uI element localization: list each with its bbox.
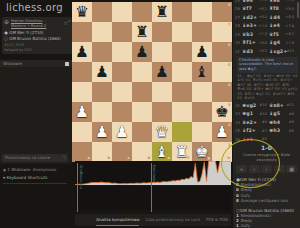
move-number: 36 xyxy=(235,137,242,142)
black-move[interactable]: ♝xg2+ xyxy=(269,49,284,54)
chat-input[interactable]: Porozmawiaj na czacie ✎ xyxy=(2,154,68,162)
chat-placeholder: Porozmawiaj na czacie xyxy=(5,155,50,160)
prev-move-button[interactable]: ‹ xyxy=(249,165,260,173)
rank-label-6: 6 xyxy=(228,44,230,48)
white-eval: +7.6 xyxy=(257,0,269,2)
square-c5[interactable] xyxy=(112,62,132,82)
black-move[interactable]: ♜f8 xyxy=(269,6,284,11)
broadcast-panel: ⊕ Hainan Danzhou Masters • Round 2 ☆4 ● … xyxy=(2,17,72,54)
black-eval: +8.0 xyxy=(284,15,296,19)
game-result: 1-0 xyxy=(233,144,300,151)
rank-label-4: 4 xyxy=(228,84,230,88)
eye-icon: ◉ xyxy=(3,168,6,172)
square-b5[interactable]: ♟ xyxy=(92,62,112,82)
white-eval: +7.9 xyxy=(257,24,269,28)
rank-label-1: 1 xyxy=(228,144,230,148)
square-b6[interactable] xyxy=(92,42,112,62)
tab-analiza-komputerowa[interactable]: Analiza komputerowa xyxy=(96,217,139,227)
chat-header: Widzowie xyxy=(0,60,72,67)
square-a8[interactable]: ♛ xyxy=(72,2,92,22)
move-row-32: 32♚xg2#10♛a8+#11 xyxy=(235,101,300,110)
black-move[interactable]: ♝g4 xyxy=(269,40,284,45)
globe-icon: ⊕ xyxy=(4,19,9,25)
game-date: 30.07.2018 xyxy=(4,43,70,47)
white-move[interactable]: ♛d3 xyxy=(242,49,257,54)
white-eval: #5 xyxy=(257,137,269,141)
black-eval: #6 xyxy=(284,129,296,133)
square-e8[interactable]: ♜ xyxy=(152,2,172,22)
square-b7[interactable] xyxy=(92,22,112,42)
move-number: 32 xyxy=(235,103,242,108)
square-f3[interactable] xyxy=(172,102,192,122)
square-g2[interactable] xyxy=(192,122,212,142)
star-count: 4 xyxy=(68,19,70,23)
rank-label-5: 5 xyxy=(228,64,230,68)
white-player-line: ● GM Wei Yi (2734) xyxy=(4,30,70,35)
lichess-logo[interactable]: lichess.org xyxy=(6,2,63,13)
white-analysis-summary: ●GM Wei Yi (2734)0Niedokładności0Błędy0G… xyxy=(236,177,300,204)
square-f4[interactable] xyxy=(172,82,192,102)
white-eval: +8.5 xyxy=(257,49,269,53)
square-f7[interactable] xyxy=(172,22,192,42)
white-pawn[interactable]: ♟ xyxy=(115,122,129,142)
white-move[interactable]: ♝d2+ xyxy=(242,15,257,20)
white-move[interactable]: ♜f1+ xyxy=(242,40,257,45)
white-eval: #10 xyxy=(257,112,269,116)
white-eval: #10 xyxy=(257,103,269,107)
black-king[interactable]: ♚ xyxy=(215,102,229,122)
black-eval: +8.0 xyxy=(284,7,296,11)
chat-toggle-checkbox[interactable] xyxy=(65,62,70,67)
white-pawn[interactable]: ♟ xyxy=(215,122,229,142)
square-e6[interactable] xyxy=(152,42,172,62)
square-e4[interactable] xyxy=(152,82,172,102)
keyboard-shortcuts-toggle[interactable]: ▾ Keyboard Shortcuts xyxy=(3,175,67,184)
black-move[interactable]: ♝d4 xyxy=(269,15,284,20)
white-queen[interactable]: ♛ xyxy=(155,122,169,142)
move-number: 35 xyxy=(235,128,242,133)
black-move[interactable]: ♝e4 xyxy=(269,23,284,28)
file-label-b: b xyxy=(108,157,111,161)
move-number: 34 xyxy=(235,120,242,125)
white-move[interactable]: ♝f2+ xyxy=(242,128,257,133)
analysis-tabs: Analiza komputerowaCzas przeznaczony na … xyxy=(75,214,231,226)
square-e7[interactable] xyxy=(152,22,172,42)
white-move[interactable]: ♚g1 xyxy=(242,111,257,116)
move-row-29: 29♛b3+7.3♛f5+8.2 xyxy=(235,30,300,39)
graph-division-label: Końcówka xyxy=(152,165,156,183)
black-eval: +7.4 xyxy=(284,24,296,28)
white-player-name: GM Wei Yi (2734) xyxy=(9,30,43,35)
black-eval: +7.9 xyxy=(284,41,296,45)
move-row-28: 28♝e3++7.9♝e4+7.4 xyxy=(235,22,300,31)
rank-label-2: 2 xyxy=(228,124,230,128)
white-move[interactable]: ♛e2+ xyxy=(242,120,257,125)
black-pawn[interactable]: ♟ xyxy=(195,42,209,62)
analysis-graph-panel: Analiza komputerowaCzas przeznaczony na … xyxy=(75,161,231,228)
square-e5[interactable]: ♟ xyxy=(152,62,172,82)
square-a2[interactable] xyxy=(72,122,92,142)
move-row-35: 35♝f2+#7♚h3#6 xyxy=(235,126,300,135)
spectators-line: ◉ 1 Widzowie: Anonymous xyxy=(3,167,56,172)
rank-label-3: 3 xyxy=(228,104,230,108)
square-c2[interactable]: ♟ xyxy=(112,122,132,142)
move-number: 26 xyxy=(235,6,242,11)
square-c3[interactable] xyxy=(112,102,132,122)
square-b2[interactable]: ♟ xyxy=(92,122,112,142)
square-d6[interactable]: ♟ xyxy=(132,42,152,62)
square-b8[interactable] xyxy=(92,2,112,22)
square-a3[interactable]: ♟ xyxy=(72,102,92,122)
white-color-icon: ● xyxy=(4,30,8,35)
file-label-e: e xyxy=(168,157,170,161)
square-c8[interactable] xyxy=(112,2,132,22)
square-f2[interactable] xyxy=(172,122,192,142)
black-pawn[interactable]: ♟ xyxy=(135,42,149,62)
square-a7[interactable] xyxy=(72,22,92,42)
move-row-34: 34♛e2+#9♚h4#8 xyxy=(235,118,300,127)
square-c7[interactable] xyxy=(112,22,132,42)
blunders-line: 1Gafy xyxy=(236,223,300,228)
graph-division-label: Środkowa gra xyxy=(79,165,83,189)
square-f6[interactable] xyxy=(172,42,192,62)
move-number: 27 xyxy=(235,15,242,20)
move-row-27: 27♝d2++8.0♝d4+8.0 xyxy=(235,13,300,22)
file-label-g: g xyxy=(208,157,211,161)
square-e2[interactable]: ♛ xyxy=(152,122,172,142)
white-eval: #7 xyxy=(257,129,269,133)
file-label-c: c xyxy=(128,157,130,161)
black-eval: +8.2 xyxy=(284,32,296,36)
white-move[interactable]: ♝e1 xyxy=(242,137,257,142)
black-rook[interactable]: ♜ xyxy=(135,22,149,42)
tab-fen-pgn[interactable]: FEN & PGN xyxy=(206,217,228,227)
square-f5[interactable] xyxy=(172,62,192,82)
move-number: 30 xyxy=(235,40,242,45)
black-player-line: ○ GM Bruzon Batista (2660) xyxy=(4,36,70,41)
chat-panel: Widzowie Porozmawiaj na czacie ✎ xyxy=(0,60,72,164)
black-rook[interactable]: ♜ xyxy=(155,2,169,22)
analysis-board-button[interactable]: ▦ xyxy=(286,165,297,173)
square-d7[interactable]: ♜ xyxy=(132,22,152,42)
square-d8[interactable] xyxy=(132,2,152,22)
move-panel: 25♛e4+7.6♜e8+7.826♛f7+8.1♜f8+8.027♝d2++8… xyxy=(233,0,300,228)
relay-source: Relayed by DGT xyxy=(4,48,70,52)
square-d2[interactable] xyxy=(132,122,152,142)
star-icon[interactable]: ☆4 xyxy=(64,19,70,26)
black-move[interactable]: ♚h4 xyxy=(269,120,284,125)
lichess-analysis-page: lichess.org ⊕ Hainan Danzhou Masters • R… xyxy=(0,0,300,228)
square-a5[interactable] xyxy=(72,62,92,82)
stats-player-name: ○GM Bruzon Batista (2660) xyxy=(236,208,300,213)
next-move-button[interactable]: › xyxy=(261,165,272,173)
white-move[interactable]: ♚xg2 xyxy=(242,103,257,108)
last-move-button[interactable]: » xyxy=(274,165,285,173)
square-g8[interactable] xyxy=(192,2,212,22)
black-bishop[interactable]: ♝ xyxy=(195,62,209,82)
move-row-31: 31♛d3+8.5♝xg2+#12 xyxy=(235,47,300,56)
square-g3[interactable] xyxy=(192,102,212,122)
white-move[interactable]: ♛f7 xyxy=(242,6,257,11)
square-g5[interactable]: ♝ xyxy=(192,62,212,82)
rank-label-7: 7 xyxy=(228,24,230,28)
white-eval: +7.3 xyxy=(257,32,269,36)
tab-czas-przeznaczony-na-ruch[interactable]: Czas przeznaczony na ruch xyxy=(145,217,200,227)
white-move[interactable]: ♛b3 xyxy=(242,32,257,37)
black-color-icon: ○ xyxy=(4,36,8,41)
square-a6[interactable]: ♟ xyxy=(72,42,92,62)
black-move[interactable]: ♛f5 xyxy=(269,32,284,37)
move-number: 31 xyxy=(235,49,242,54)
white-pawn[interactable]: ♟ xyxy=(95,122,109,142)
square-c4[interactable] xyxy=(112,82,132,102)
first-move-button[interactable]: « xyxy=(236,165,247,173)
square-e3[interactable] xyxy=(152,102,172,122)
engine-variation[interactable]: 31... ♚g7 32. ♛d4+ ♚h6 33. h4 ♝f4 34. ♜x… xyxy=(237,74,298,101)
file-label-f: f xyxy=(188,157,190,161)
move-number: 28 xyxy=(235,23,242,28)
black-move[interactable]: ♛a8+ xyxy=(269,103,284,108)
black-eval: +7.8 xyxy=(284,0,296,2)
move-nav-buttons: «‹›»▦ xyxy=(236,165,297,173)
white-eval: #9 xyxy=(257,120,269,124)
square-g4[interactable] xyxy=(192,82,212,102)
white-move[interactable]: ♛e4 xyxy=(242,0,257,3)
black-eval: #9 xyxy=(284,112,296,116)
white-eval: +8.0 xyxy=(257,15,269,19)
move-row-30: 30♜f1++8.6♝g4+7.9 xyxy=(235,39,300,48)
chat-settings-icon[interactable]: ✎ xyxy=(63,154,66,162)
black-queen[interactable]: ♛ xyxy=(75,2,89,22)
white-eval: +8.6 xyxy=(257,41,269,45)
black-pawn[interactable]: ♟ xyxy=(155,62,169,82)
move-row-36: 36♝e1#5 xyxy=(235,135,300,144)
square-b4[interactable] xyxy=(92,82,112,102)
square-c6[interactable] xyxy=(112,42,132,62)
move-list: 25♛e4+7.6♜e8+7.826♛f7+8.1♜f8+8.027♝d2++8… xyxy=(233,0,300,143)
black-pawn[interactable]: ♟ xyxy=(95,62,109,82)
event-round-link[interactable]: Masters • Round 2 xyxy=(11,24,46,29)
black-analysis-summary: ○GM Bruzon Batista (2660)1Niedokładności… xyxy=(236,208,300,228)
black-move[interactable]: ♚h3 xyxy=(269,128,284,133)
white-eval: +8.1 xyxy=(257,7,269,11)
move-number: 29 xyxy=(235,32,242,37)
movelist-scrollbar[interactable] xyxy=(297,2,300,18)
black-eval: #8 xyxy=(284,120,296,124)
chess-board[interactable]: ♛♜♜♟♟♟♟♟♝♟♚♟♟♛♟♝♜♚ a8b7c6d5e4f3g2h1 xyxy=(72,2,232,162)
square-g6[interactable]: ♟ xyxy=(192,42,212,62)
square-d3[interactable] xyxy=(132,102,152,122)
file-label-a: a xyxy=(88,157,90,161)
move-number: 33 xyxy=(235,111,242,116)
black-eval: #11 xyxy=(284,103,296,107)
square-g7[interactable] xyxy=(192,22,212,42)
file-label-h: h xyxy=(228,157,231,161)
move-row-33: 33♚g1#10♝g5#9 xyxy=(235,109,300,118)
black-player-name: GM Bruzon Batista (2660) xyxy=(9,36,61,41)
square-f8[interactable] xyxy=(172,2,192,22)
move-number: 25 xyxy=(235,0,242,3)
acpl-line: 8Average centipawn loss xyxy=(236,198,300,203)
square-d4[interactable] xyxy=(132,82,152,102)
file-label-d: d xyxy=(148,157,151,161)
black-move[interactable]: ♜e8 xyxy=(269,0,284,3)
square-b3[interactable] xyxy=(92,102,112,122)
square-a4[interactable] xyxy=(72,82,92,102)
white-move[interactable]: ♝e3+ xyxy=(242,23,257,28)
black-eval: #12 xyxy=(284,49,296,53)
square-d5[interactable] xyxy=(132,62,152,82)
rank-label-8: 8 xyxy=(228,4,230,8)
black-pawn[interactable]: ♟ xyxy=(75,42,89,62)
analysis-comment: Checkmate is now unavoidable. The best m… xyxy=(237,57,298,73)
move-row-26: 26♛f7+8.1♜f8+8.0 xyxy=(235,5,300,14)
black-move[interactable]: ♝g5 xyxy=(269,111,284,116)
result-status-text: Czarne rezygnują • Białe zwyciężyły xyxy=(233,152,300,162)
white-pawn[interactable]: ♟ xyxy=(75,102,89,122)
